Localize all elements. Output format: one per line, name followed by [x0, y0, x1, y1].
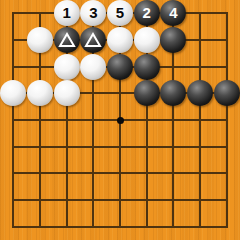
triangle-marker-icon [84, 32, 102, 48]
move-number-label: 1 [62, 5, 70, 21]
stone-black: 2 [134, 0, 160, 26]
stone-black [160, 27, 186, 53]
stone-white: 3 [80, 0, 106, 26]
stone-black [107, 54, 133, 80]
stone-white [134, 27, 160, 53]
grid-line-vertical [199, 12, 201, 227]
grid-line-vertical [226, 12, 228, 227]
grid-line-horizontal [12, 226, 227, 228]
go-board[interactable]: 13524 [0, 0, 240, 240]
grid-line-horizontal [12, 172, 227, 174]
stone-white [107, 27, 133, 53]
move-number-label: 5 [116, 5, 124, 21]
stone-black [160, 80, 186, 106]
stone-white [0, 80, 26, 106]
star-point [117, 117, 124, 124]
move-number-label: 3 [89, 5, 97, 21]
stone-black [214, 80, 240, 106]
stone-black: 4 [160, 0, 186, 26]
grid-line-horizontal [12, 199, 227, 201]
stone-white: 1 [54, 0, 80, 26]
stone-black [134, 80, 160, 106]
stone-black [80, 27, 106, 53]
stone-white [54, 54, 80, 80]
grid-line-horizontal [12, 146, 227, 148]
stone-black [54, 27, 80, 53]
move-number-label: 2 [142, 5, 150, 21]
stone-white [27, 27, 53, 53]
stone-black [134, 54, 160, 80]
stone-black [187, 80, 213, 106]
stone-white [80, 54, 106, 80]
stone-white [54, 80, 80, 106]
stone-white: 5 [107, 0, 133, 26]
triangle-marker-icon [58, 32, 76, 48]
move-number-label: 4 [169, 5, 177, 21]
stone-white [27, 80, 53, 106]
